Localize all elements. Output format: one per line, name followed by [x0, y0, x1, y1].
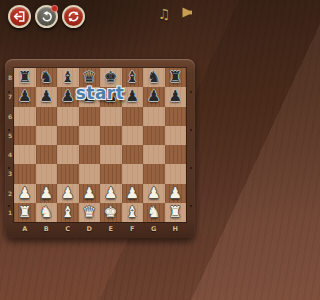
white-pawn: ♟ — [61, 186, 74, 201]
square-e2[interactable]: ♟ — [100, 184, 122, 203]
sound-toggle[interactable] — [178, 5, 196, 23]
square-a8[interactable]: ♜ — [14, 68, 36, 87]
square-g2[interactable]: ♟ — [143, 184, 165, 203]
white-pawn: ♟ — [147, 186, 160, 201]
square-h3[interactable] — [165, 164, 187, 183]
square-h2[interactable]: ♟ — [165, 184, 187, 203]
black-pawn: ♟ — [61, 89, 74, 104]
square-a2[interactable]: ♟ — [14, 184, 36, 203]
square-e1[interactable]: ♚ — [100, 203, 122, 222]
file-label-h: H — [165, 222, 187, 236]
undo-button[interactable] — [35, 5, 58, 28]
white-knight: ♞ — [40, 205, 53, 220]
file-label-a: A — [14, 222, 36, 236]
black-pawn: ♟ — [126, 89, 139, 104]
undo-icon — [40, 10, 53, 23]
white-pawn: ♟ — [40, 186, 53, 201]
square-b3[interactable] — [36, 164, 58, 183]
square-g3[interactable] — [143, 164, 165, 183]
undo-badge — [51, 5, 58, 12]
square-b5[interactable] — [36, 126, 58, 145]
white-bishop: ♝ — [126, 205, 139, 220]
rank-label-4: 4 — [6, 145, 14, 164]
square-c6[interactable] — [57, 107, 79, 126]
board-peg-dots-right — [190, 91, 192, 93]
square-d1[interactable]: ♛ — [79, 203, 101, 222]
exit-icon — [13, 10, 26, 23]
restart-button[interactable] — [62, 5, 85, 28]
white-pawn: ♟ — [18, 186, 31, 201]
square-e6[interactable] — [100, 107, 122, 126]
speaker-icon — [180, 5, 195, 24]
square-a6[interactable] — [14, 107, 36, 126]
file-label-e: E — [100, 222, 122, 236]
rank-label-1: 1 — [6, 203, 14, 222]
black-pawn: ♟ — [147, 89, 160, 104]
black-rook: ♜ — [18, 70, 31, 85]
black-knight: ♞ — [147, 70, 160, 85]
square-d2[interactable]: ♟ — [79, 184, 101, 203]
black-pawn: ♟ — [40, 89, 53, 104]
white-pawn: ♟ — [104, 186, 117, 201]
square-b8[interactable]: ♞ — [36, 68, 58, 87]
square-f3[interactable] — [122, 164, 144, 183]
square-h1[interactable]: ♜ — [165, 203, 187, 222]
square-g5[interactable] — [143, 126, 165, 145]
file-label-d: D — [79, 222, 101, 236]
square-c1[interactable]: ♝ — [57, 203, 79, 222]
square-a1[interactable]: ♜ — [14, 203, 36, 222]
top-toolbar: ♫ — [0, 0, 200, 34]
square-g4[interactable] — [143, 145, 165, 164]
black-rook: ♜ — [169, 70, 182, 85]
square-d5[interactable] — [79, 126, 101, 145]
square-b4[interactable] — [36, 145, 58, 164]
square-g7[interactable]: ♟ — [143, 87, 165, 106]
square-b7[interactable]: ♟ — [36, 87, 58, 106]
square-c4[interactable] — [57, 145, 79, 164]
square-f1[interactable]: ♝ — [122, 203, 144, 222]
white-rook: ♜ — [169, 205, 182, 220]
music-note-icon: ♫ — [158, 7, 171, 21]
square-d3[interactable] — [79, 164, 101, 183]
square-g1[interactable]: ♞ — [143, 203, 165, 222]
rank-label-6: 6 — [6, 107, 14, 126]
white-bishop: ♝ — [61, 205, 74, 220]
square-d6[interactable] — [79, 107, 101, 126]
white-king: ♚ — [104, 205, 117, 220]
rank-label-5: 5 — [6, 126, 14, 145]
rank-label-3: 3 — [6, 164, 14, 183]
rank-label-7: 7 — [6, 87, 14, 106]
square-g6[interactable] — [143, 107, 165, 126]
refresh-icon — [67, 10, 80, 23]
square-e5[interactable] — [100, 126, 122, 145]
square-a4[interactable] — [14, 145, 36, 164]
square-c5[interactable] — [57, 126, 79, 145]
start-overlay-text: start — [76, 83, 125, 103]
square-f2[interactable]: ♟ — [122, 184, 144, 203]
square-h4[interactable] — [165, 145, 187, 164]
square-h8[interactable]: ♜ — [165, 68, 187, 87]
file-labels: ABCDEFGH — [14, 222, 186, 236]
square-b2[interactable]: ♟ — [36, 184, 58, 203]
square-a5[interactable] — [14, 126, 36, 145]
file-label-b: B — [36, 222, 58, 236]
square-g8[interactable]: ♞ — [143, 68, 165, 87]
square-e4[interactable] — [100, 145, 122, 164]
black-bishop: ♝ — [126, 70, 139, 85]
square-f4[interactable] — [122, 145, 144, 164]
square-e3[interactable] — [100, 164, 122, 183]
square-h6[interactable] — [165, 107, 187, 126]
white-rook: ♜ — [18, 205, 31, 220]
square-d4[interactable] — [79, 145, 101, 164]
square-h7[interactable]: ♟ — [165, 87, 187, 106]
square-f7[interactable]: ♟ — [122, 87, 144, 106]
square-b6[interactable] — [36, 107, 58, 126]
white-knight: ♞ — [147, 205, 160, 220]
music-toggle[interactable]: ♫ — [155, 5, 173, 23]
file-label-c: C — [57, 222, 79, 236]
white-pawn: ♟ — [83, 186, 96, 201]
black-bishop: ♝ — [61, 70, 74, 85]
square-f6[interactable] — [122, 107, 144, 126]
rank-labels: 87654321 — [6, 68, 14, 222]
file-label-g: G — [143, 222, 165, 236]
square-f5[interactable] — [122, 126, 144, 145]
square-c3[interactable] — [57, 164, 79, 183]
white-pawn: ♟ — [169, 186, 182, 201]
square-f8[interactable]: ♝ — [122, 68, 144, 87]
square-h5[interactable] — [165, 126, 187, 145]
square-b1[interactable]: ♞ — [36, 203, 58, 222]
square-a3[interactable] — [14, 164, 36, 183]
white-pawn: ♟ — [126, 186, 139, 201]
rank-label-2: 2 — [6, 184, 14, 203]
black-pawn: ♟ — [169, 89, 182, 104]
square-c2[interactable]: ♟ — [57, 184, 79, 203]
white-queen: ♛ — [83, 205, 96, 220]
square-a7[interactable]: ♟ — [14, 87, 36, 106]
black-pawn: ♟ — [18, 89, 31, 104]
black-knight: ♞ — [40, 70, 53, 85]
rank-label-8: 8 — [6, 68, 14, 87]
file-label-f: F — [122, 222, 144, 236]
exit-button[interactable] — [8, 5, 31, 28]
